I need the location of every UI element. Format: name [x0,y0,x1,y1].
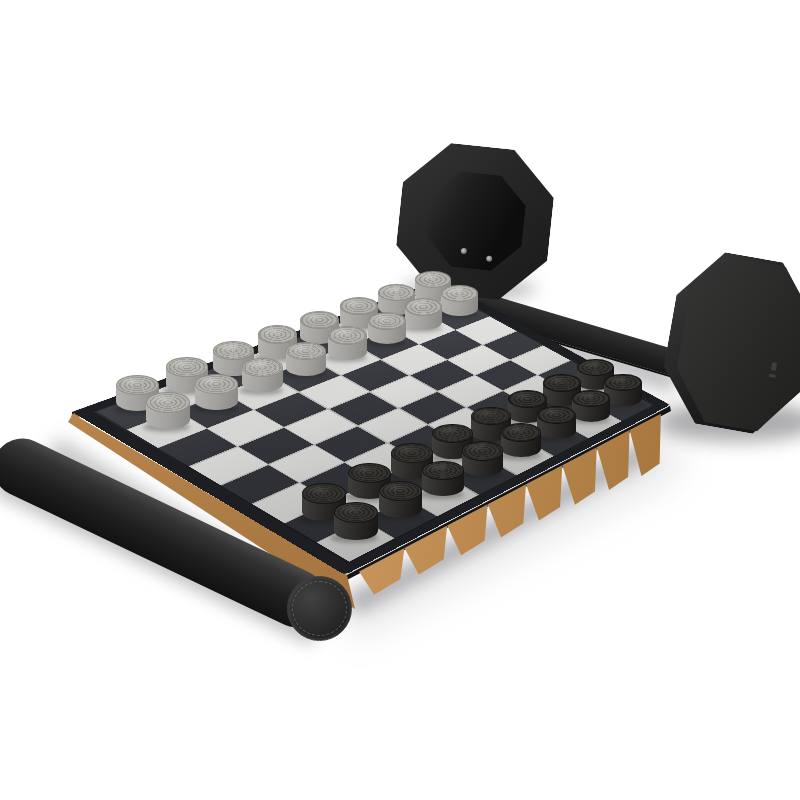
storage-tube-cap[interactable] [287,576,352,641]
checker-top-rings [368,312,406,330]
checker-top-rings [242,358,283,377]
checker-top-rings [286,342,326,361]
checker-gray-d7[interactable] [286,342,326,376]
checker-black-d1[interactable] [462,441,503,476]
checker-top-rings [405,298,442,315]
checker-gray-a7[interactable] [146,392,189,429]
checker-top-rings [462,441,503,460]
checker-gray-f7[interactable] [368,312,406,344]
product-photo-scene [0,0,800,800]
checker-gray-e7[interactable] [328,326,367,359]
checker-top-rings [422,461,464,481]
checker-gray-c7[interactable] [242,358,283,393]
checker-black-c1[interactable] [422,461,464,497]
checker-top-rings [537,406,576,424]
checker-gray-h7[interactable] [441,285,477,316]
checker-black-h1[interactable] [604,374,641,406]
checker-black-a1[interactable] [334,502,379,540]
checker-black-g1[interactable] [572,390,610,422]
tube-cap-stitching [292,581,347,636]
checker-black-e1[interactable] [501,423,541,457]
pieces-layer [0,0,800,800]
checker-top-rings [328,326,367,344]
checker-top-rings [441,285,477,302]
checker-black-b1[interactable] [379,481,422,518]
checker-top-rings [348,463,391,483]
checker-gray-b7[interactable] [195,374,237,410]
checker-gray-g7[interactable] [405,298,442,330]
checker-top-rings [604,374,641,391]
checker-top-rings [195,374,237,394]
checker-top-rings [501,423,541,442]
checker-top-rings [146,392,189,412]
checker-top-rings [572,390,610,408]
checker-black-f1[interactable] [537,406,576,439]
